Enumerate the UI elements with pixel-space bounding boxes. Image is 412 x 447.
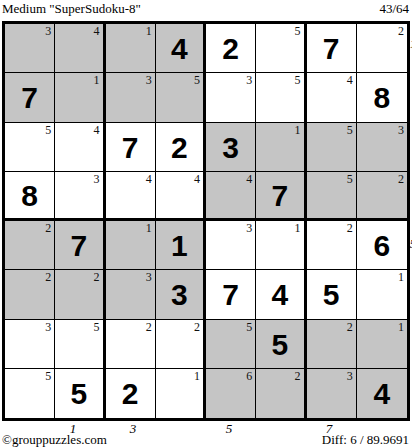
cell-r8c4[interactable]: 1 [156,369,206,418]
cell-r1c7[interactable]: 7 [307,24,357,73]
cell-r5c6[interactable]: 1 [256,221,306,270]
cell-r8c6[interactable]: 2 [256,369,306,418]
pencil-mark: 4 [246,173,252,186]
pencil-mark: 4 [94,124,100,137]
cell-r6c4[interactable]: 3 [156,270,206,319]
pencil-mark: 2 [295,370,301,383]
pencil-mark: 5 [45,124,51,137]
cell-value: 5 [323,280,340,310]
pencil-mark: 2 [347,321,353,334]
pencil-mark: 5 [347,173,353,186]
col-label-5: 5 [222,421,236,434]
cell-r4c6[interactable]: 7 [256,172,306,221]
pencil-mark: 5 [295,25,301,38]
pencil-mark: 1 [295,222,301,235]
pencil-mark: 1 [146,222,152,235]
cell-r2c1[interactable]: 7 [5,73,55,122]
cell-value: 4 [171,34,188,64]
pencil-mark: 2 [398,25,404,38]
sudoku-board: 3414257271353548547231538344475227113126… [2,21,410,421]
cell-value: 2 [222,34,239,64]
cell-r6c3[interactable]: 3 [106,270,156,319]
cell-r5c8[interactable]: 6 [357,221,407,270]
pencil-mark: 3 [347,370,353,383]
pencil-mark: 1 [398,321,404,334]
pencil-mark: 2 [398,173,404,186]
cell-value: 8 [21,181,38,211]
copyright-text: ©grouppuzzles.com [2,432,107,447]
cell-r3c8[interactable]: 3 [357,123,407,172]
cell-r6c7[interactable]: 5 [307,270,357,319]
cell-value: 2 [122,379,139,409]
cell-r7c1[interactable]: 3 [5,320,55,369]
pencil-mark: 2 [45,222,51,235]
pencil-mark: 2 [94,271,100,284]
cell-r8c2[interactable]: 5 [55,369,105,418]
cell-value: 7 [122,133,139,163]
cell-r8c5[interactable]: 6 [206,369,256,418]
pencil-mark: 1 [398,271,404,284]
cell-value: 2 [171,133,188,163]
cell-r6c1[interactable]: 2 [5,270,55,319]
pencil-mark: 4 [347,74,353,87]
cell-r5c5[interactable]: 3 [206,221,256,270]
cell-r1c2[interactable]: 4 [55,24,105,73]
pencil-mark: 3 [45,25,51,38]
cell-r7c7[interactable]: 2 [307,320,357,369]
pencil-mark: 3 [94,173,100,186]
pencil-mark: 1 [194,370,200,383]
pencil-mark: 2 [194,321,200,334]
pencil-mark: 3 [146,271,152,284]
cell-value: 7 [21,83,38,113]
pencil-mark: 6 [246,370,252,383]
cell-r4c4[interactable]: 4 [156,172,206,221]
cell-r8c7[interactable]: 3 [307,369,357,418]
cell-r8c8[interactable]: 4 [357,369,407,418]
cell-r4c8[interactable]: 2 [357,172,407,221]
row-label-5: 5 [406,236,412,252]
col-label-3: 3 [126,421,140,434]
difficulty-text: Diff: 6 / 89.9691 [322,432,409,447]
cell-r1c8[interactable]: 2 [357,24,407,73]
cell-r2c5[interactable]: 3 [206,73,256,122]
puzzle-title: Medium "SuperSudoku-8" [2,1,141,17]
cell-r3c1[interactable]: 5 [5,123,55,172]
cell-r6c5[interactable]: 7 [206,270,256,319]
cell-r1c3[interactable]: 1 [106,24,156,73]
cell-r3c7[interactable]: 5 [307,123,357,172]
cell-r7c3[interactable]: 2 [106,320,156,369]
cell-r4c1[interactable]: 8 [5,172,55,221]
cell-r2c8[interactable]: 8 [357,73,407,122]
cell-r1c4[interactable]: 4 [156,24,206,73]
cell-r6c2[interactable]: 2 [55,270,105,319]
pencil-mark: 3 [45,321,51,334]
cell-r2c2[interactable]: 1 [55,73,105,122]
row-label-1: 1 [406,36,412,52]
pencil-mark: 4 [194,173,200,186]
cell-value: 6 [374,231,391,261]
cell-r3c5[interactable]: 3 [206,123,256,172]
pencil-mark: 5 [347,124,353,137]
cell-r5c7[interactable]: 2 [307,221,357,270]
cell-r3c6[interactable]: 1 [256,123,306,172]
cell-value: 7 [71,231,88,261]
cell-value: 7 [323,34,340,64]
pencil-mark: 1 [94,74,100,87]
cell-value: 3 [171,280,188,310]
pencil-mark: 4 [146,173,152,186]
cell-value: 8 [374,83,391,113]
cell-value: 5 [272,330,289,360]
cell-value: 1 [171,231,188,261]
cell-r4c5[interactable]: 4 [206,172,256,221]
pencil-mark: 3 [246,74,252,87]
cell-r8c3[interactable]: 2 [106,369,156,418]
pencil-mark: 2 [146,321,152,334]
puzzle-page: Medium "SuperSudoku-8" 43/64 34142572713… [0,0,412,447]
pencil-mark: 3 [146,74,152,87]
cell-r7c4[interactable]: 2 [156,320,206,369]
cell-r1c1[interactable]: 3 [5,24,55,73]
pencil-mark: 2 [45,271,51,284]
cell-r8c1[interactable]: 5 [5,369,55,418]
cell-r3c4[interactable]: 2 [156,123,206,172]
cell-value: 5 [71,379,88,409]
pencil-mark: 5 [194,74,200,87]
pencil-mark: 1 [146,25,152,38]
cell-r4c3[interactable]: 4 [106,172,156,221]
cell-r7c6[interactable]: 5 [256,320,306,369]
puzzle-counter: 43/64 [379,1,409,17]
cell-value: 4 [374,379,391,409]
pencil-mark: 3 [246,222,252,235]
cell-r6c8[interactable]: 1 [357,270,407,319]
cell-r1c5[interactable]: 2 [206,24,256,73]
cell-value: 3 [222,133,239,163]
pencil-mark: 1 [295,124,301,137]
cell-r5c2[interactable]: 7 [55,221,105,270]
cell-r5c3[interactable]: 1 [106,221,156,270]
pencil-mark: 3 [398,124,404,137]
cell-r4c7[interactable]: 5 [307,172,357,221]
cell-r6c6[interactable]: 4 [256,270,306,319]
cell-r2c4[interactable]: 5 [156,73,206,122]
pencil-mark: 5 [295,74,301,87]
cell-r3c3[interactable]: 7 [106,123,156,172]
cell-r3c2[interactable]: 4 [55,123,105,172]
cell-value: 7 [272,181,289,211]
cell-r2c7[interactable]: 4 [307,73,357,122]
cell-r5c1[interactable]: 2 [5,221,55,270]
cell-r2c6[interactable]: 5 [256,73,306,122]
cell-r7c5[interactable]: 5 [206,320,256,369]
cell-r7c2[interactable]: 5 [55,320,105,369]
pencil-mark: 2 [347,222,353,235]
cell-value: 4 [272,280,289,310]
cell-r4c2[interactable]: 3 [55,172,105,221]
pencil-mark: 5 [94,321,100,334]
cell-r7c8[interactable]: 1 [357,320,407,369]
cell-value: 7 [222,280,239,310]
pencil-mark: 5 [45,370,51,383]
cell-r1c6[interactable]: 5 [256,24,306,73]
pencil-mark: 4 [94,25,100,38]
pencil-mark: 5 [246,321,252,334]
cell-r2c3[interactable]: 3 [106,73,156,122]
cell-r5c4[interactable]: 1 [156,221,206,270]
